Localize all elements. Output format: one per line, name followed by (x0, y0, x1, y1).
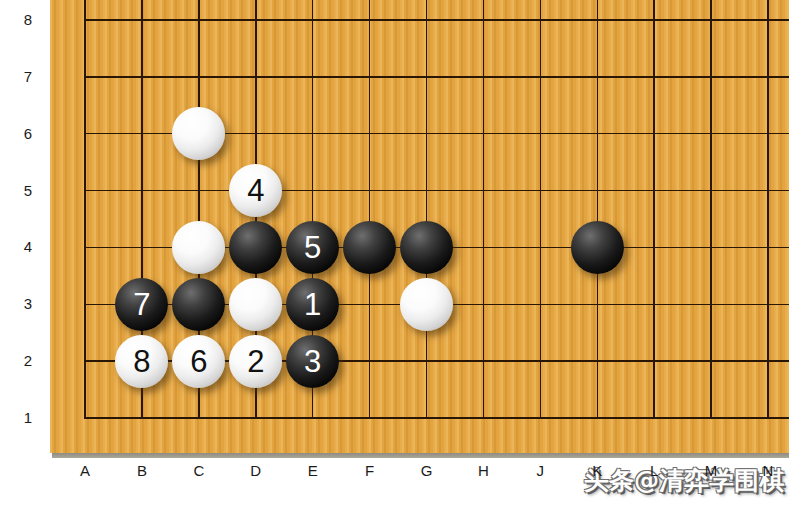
move-number: 7 (115, 278, 168, 331)
row-label-5: 5 (13, 181, 43, 201)
move-number: 4 (229, 164, 282, 217)
grid-line-row-5 (85, 190, 789, 192)
stone-black-F4 (343, 221, 396, 274)
stone-black-E2: 3 (286, 335, 339, 388)
stone-white-D5: 4 (229, 164, 282, 217)
col-label-H: H (468, 461, 498, 481)
stone-white-D3 (229, 278, 282, 331)
grid-line-row-8 (85, 19, 789, 21)
stone-white-C2: 6 (172, 335, 225, 388)
move-number: 1 (286, 278, 339, 331)
stone-white-C4 (172, 221, 225, 274)
move-number: 8 (115, 335, 168, 388)
col-label-F: F (355, 461, 385, 481)
col-label-B: B (127, 461, 157, 481)
col-label-M: M (696, 461, 726, 481)
row-label-2: 2 (13, 351, 43, 371)
row-label-3: 3 (13, 294, 43, 314)
grid-line-col-A (84, 0, 86, 419)
stone-black-C3 (172, 278, 225, 331)
grid-line-col-J (540, 0, 542, 419)
col-label-K: K (582, 461, 612, 481)
grid-line-col-N (767, 0, 769, 419)
col-label-D: D (241, 461, 271, 481)
stone-black-E4: 5 (286, 221, 339, 274)
move-number: 6 (172, 335, 225, 388)
stone-black-K4 (571, 221, 624, 274)
row-label-8: 8 (13, 10, 43, 30)
stone-black-E3: 1 (286, 278, 339, 331)
move-number: 2 (229, 335, 282, 388)
move-number: 5 (286, 221, 339, 274)
col-label-L: L (639, 461, 669, 481)
col-label-G: G (412, 461, 442, 481)
grid-line-col-K (597, 0, 599, 419)
col-label-E: E (298, 461, 328, 481)
col-label-J: J (525, 461, 555, 481)
stone-black-G4 (400, 221, 453, 274)
grid-line-row-1 (85, 417, 789, 419)
col-label-N: N (753, 461, 783, 481)
stone-black-B3: 7 (115, 278, 168, 331)
stone-black-D4 (229, 221, 282, 274)
grid-line-col-G (426, 0, 428, 419)
move-number: 3 (286, 335, 339, 388)
col-label-A: A (70, 461, 100, 481)
board-bottom-edge (52, 453, 789, 458)
stone-white-B2: 8 (115, 335, 168, 388)
grid-line-row-7 (85, 76, 789, 78)
row-label-1: 1 (13, 408, 43, 428)
grid-line-col-H (483, 0, 485, 419)
row-label-6: 6 (13, 124, 43, 144)
stone-white-G3 (400, 278, 453, 331)
grid-line-col-M (710, 0, 712, 419)
grid-line-col-F (369, 0, 371, 419)
row-label-7: 7 (13, 67, 43, 87)
col-label-C: C (184, 461, 214, 481)
grid-line-col-L (653, 0, 655, 419)
row-label-4: 4 (13, 237, 43, 257)
stone-white-D2: 2 (229, 335, 282, 388)
go-diagram: 头条@清弈学围棋 87654321ABCDEFGHJKLMN45718623 (0, 0, 789, 507)
